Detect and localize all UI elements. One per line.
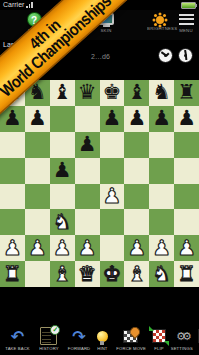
history-label: HISTORY: [39, 346, 59, 350]
flip-label: FLIP: [154, 346, 164, 350]
square-g5[interactable]: [149, 158, 174, 184]
hint-label: HINT: [97, 346, 107, 350]
square-b3[interactable]: [25, 209, 50, 235]
square-d7[interactable]: [75, 106, 100, 132]
monitor-base-icon: [103, 25, 110, 27]
square-b2[interactable]: ♟: [25, 235, 50, 261]
piece-black-pawn: ♟: [149, 106, 174, 132]
square-c8[interactable]: ♝: [50, 80, 75, 106]
square-e3[interactable]: [100, 209, 125, 235]
checkmark-icon: ✓: [50, 325, 60, 335]
square-g7[interactable]: ♟: [149, 106, 174, 132]
piece-black-queen: ♛: [75, 80, 100, 106]
piece-black-pawn: ♟: [124, 106, 149, 132]
redo-arrow-icon: ↷: [72, 327, 85, 346]
piece-black-pawn: ♟: [100, 106, 125, 132]
square-d8[interactable]: ♛: [75, 80, 100, 106]
square-a3[interactable]: [0, 209, 25, 235]
square-f4[interactable]: [124, 184, 149, 210]
piece-white-pawn: ♟: [174, 235, 199, 261]
piece-white-pawn: ♟: [75, 235, 100, 261]
mini-board-icon: [123, 330, 138, 343]
flip-button[interactable]: FLIP: [152, 327, 166, 355]
square-d4[interactable]: [75, 184, 100, 210]
square-c4[interactable]: [50, 184, 75, 210]
square-e7[interactable]: ♟: [100, 106, 125, 132]
piece-white-pawn: ♟: [50, 235, 75, 261]
square-g2[interactable]: ♟: [149, 235, 174, 261]
piece-white-rook: ♜: [0, 261, 25, 287]
square-b7[interactable]: ♟: [25, 106, 50, 132]
square-f3[interactable]: [124, 209, 149, 235]
square-h6[interactable]: [174, 132, 199, 158]
sun-icon: [156, 16, 164, 24]
notepad-icon: ✓: [40, 327, 57, 345]
square-f2[interactable]: ♟: [124, 235, 149, 261]
hamburger-menu-icon: [179, 14, 194, 27]
bottom-toolbar: ↶ TAKE BACK ✓ HISTORY ↷ FORWARD HINT FOR…: [0, 287, 199, 355]
flip-board-icon: [152, 329, 166, 343]
square-e5[interactable]: [100, 158, 125, 184]
square-f8[interactable]: ♝: [124, 80, 149, 106]
take-back-button[interactable]: ↶ TAKE BACK: [0, 327, 35, 355]
settings-button[interactable]: ⚙⚙ SETTINGS: [166, 327, 198, 355]
square-e2[interactable]: [100, 235, 125, 261]
menu-button[interactable]: MENU: [175, 12, 197, 34]
new-game-button[interactable]: ★ NEW: [198, 327, 199, 355]
square-c6[interactable]: [50, 132, 75, 158]
history-button[interactable]: ✓ HISTORY: [35, 327, 63, 355]
force-move-label: FORCE MOVE: [116, 346, 146, 350]
square-h2[interactable]: ♟: [174, 235, 199, 261]
piece-black-bishop: ♝: [50, 80, 75, 106]
square-h3[interactable]: [174, 209, 199, 235]
piece-white-knight: ♞: [149, 261, 174, 287]
hand-icon: [128, 324, 142, 338]
menu-label: MENU: [178, 28, 194, 32]
brightness-button[interactable]: BRIGHTNESS: [142, 12, 178, 32]
piece-black-king: ♚: [100, 80, 125, 106]
piece-white-pawn: ♟: [25, 235, 50, 261]
square-c5[interactable]: ♟: [50, 158, 75, 184]
piece-black-pawn: ♟: [174, 106, 199, 132]
forward-label: FORWARD: [68, 346, 90, 350]
square-b6[interactable]: [25, 132, 50, 158]
piece-white-pawn: ♟: [100, 184, 125, 210]
piece-white-bishop: ♝: [124, 261, 149, 287]
square-c1[interactable]: ♝: [50, 261, 75, 287]
force-move-button[interactable]: FORCE MOVE: [110, 327, 152, 355]
new-board-icon: ★: [198, 329, 199, 343]
square-c3[interactable]: ♞: [50, 209, 75, 235]
piece-white-pawn: ♟: [149, 235, 174, 261]
square-a1[interactable]: ♜: [0, 261, 25, 287]
piece-black-bishop: ♝: [124, 80, 149, 106]
lightbulb-icon: [97, 331, 108, 342]
black-clock-icon: [178, 48, 193, 63]
piece-white-pawn: ♟: [124, 235, 149, 261]
square-d3[interactable]: [75, 209, 100, 235]
brightness-label: BRIGHTNESS: [147, 26, 173, 30]
square-h8[interactable]: ♜: [174, 80, 199, 106]
skin-label: SKIN: [97, 28, 116, 32]
settings-label: SETTINGS: [171, 346, 193, 350]
square-c7[interactable]: [50, 106, 75, 132]
undo-arrow-icon: ↶: [11, 327, 24, 346]
flip-arrow-icon: [164, 341, 169, 346]
square-a5[interactable]: [0, 158, 25, 184]
piece-black-knight: ♞: [149, 80, 174, 106]
square-d2[interactable]: ♟: [75, 235, 100, 261]
square-b5[interactable]: [25, 158, 50, 184]
piece-white-pawn: ♟: [0, 235, 25, 261]
piece-black-pawn: ♟: [50, 158, 75, 184]
square-g8[interactable]: ♞: [149, 80, 174, 106]
square-a4[interactable]: [0, 184, 25, 210]
wifi-icon: [26, 2, 33, 8]
piece-black-rook: ♜: [174, 80, 199, 106]
square-f5[interactable]: [124, 158, 149, 184]
square-e4[interactable]: ♟: [100, 184, 125, 210]
square-d5[interactable]: [75, 158, 100, 184]
square-g1[interactable]: ♞: [149, 261, 174, 287]
square-g6[interactable]: [149, 132, 174, 158]
square-a2[interactable]: ♟: [0, 235, 25, 261]
piece-white-rook: ♜: [174, 261, 199, 287]
square-b4[interactable]: [25, 184, 50, 210]
square-e6[interactable]: [100, 132, 125, 158]
chess-board: ♜♞♝♛♚♝♞♜♟♟♟♟♟♟♟♟♟♞♟♟♟♟♟♟♟♜♝♛♚♝♞♜: [0, 80, 199, 287]
hint-button[interactable]: HINT: [95, 327, 110, 355]
white-clock-icon: [158, 48, 173, 63]
square-h4[interactable]: [174, 184, 199, 210]
carrier-label: Carrier: [3, 0, 33, 10]
gears-icon: ⚙⚙: [176, 330, 188, 343]
square-d1[interactable]: ♛: [75, 261, 100, 287]
piece-white-bishop: ♝: [50, 261, 75, 287]
square-g4[interactable]: [149, 184, 174, 210]
carrier-text: Carrier: [3, 0, 24, 10]
square-h5[interactable]: [174, 158, 199, 184]
piece-white-king: ♚: [100, 261, 125, 287]
piece-white-queen: ♛: [75, 261, 100, 287]
square-b1[interactable]: [25, 261, 50, 287]
square-h1[interactable]: ♜: [174, 261, 199, 287]
flip-arrow-icon: [149, 326, 154, 331]
battery-icon: [181, 2, 196, 9]
last-move-text: 2...d6: [91, 53, 110, 60]
square-c2[interactable]: ♟: [50, 235, 75, 261]
square-g3[interactable]: [149, 209, 174, 235]
square-e1[interactable]: ♚: [100, 261, 125, 287]
square-f6[interactable]: [124, 132, 149, 158]
square-d6[interactable]: ♟: [75, 132, 100, 158]
square-f7[interactable]: ♟: [124, 106, 149, 132]
piece-black-pawn: ♟: [25, 106, 50, 132]
square-f1[interactable]: ♝: [124, 261, 149, 287]
piece-black-pawn: ♟: [75, 132, 100, 158]
forward-button[interactable]: ↷ FORWARD: [63, 327, 95, 355]
square-h7[interactable]: ♟: [174, 106, 199, 132]
square-e8[interactable]: ♚: [100, 80, 125, 106]
square-a6[interactable]: [0, 132, 25, 158]
app-screen: Carrier ? HELP SKIN BRIGHTNESS MENU Last…: [0, 0, 199, 355]
take-back-label: TAKE BACK: [5, 346, 30, 350]
piece-white-knight: ♞: [50, 209, 75, 235]
